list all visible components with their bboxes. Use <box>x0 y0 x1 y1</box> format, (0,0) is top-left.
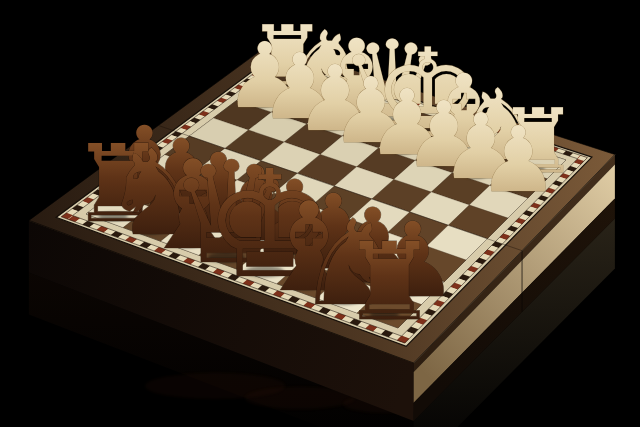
chessboard-photo: ♜♞♝♛♚♝♞♜♟♟♟♟♟♟♟♟♟♟♟♟♟♟♟♟♜♞♝♛♚♝♞♜ <box>0 0 640 427</box>
piece-white-pawn-h2: ♟ <box>478 107 559 212</box>
chess-photo-scene: ♜♞♝♛♚♝♞♜♟♟♟♟♟♟♟♟♟♟♟♟♟♟♟♟♜♞♝♛♚♝♞♜ <box>0 0 640 427</box>
piece-black-rook-h8: ♜ <box>342 220 438 344</box>
